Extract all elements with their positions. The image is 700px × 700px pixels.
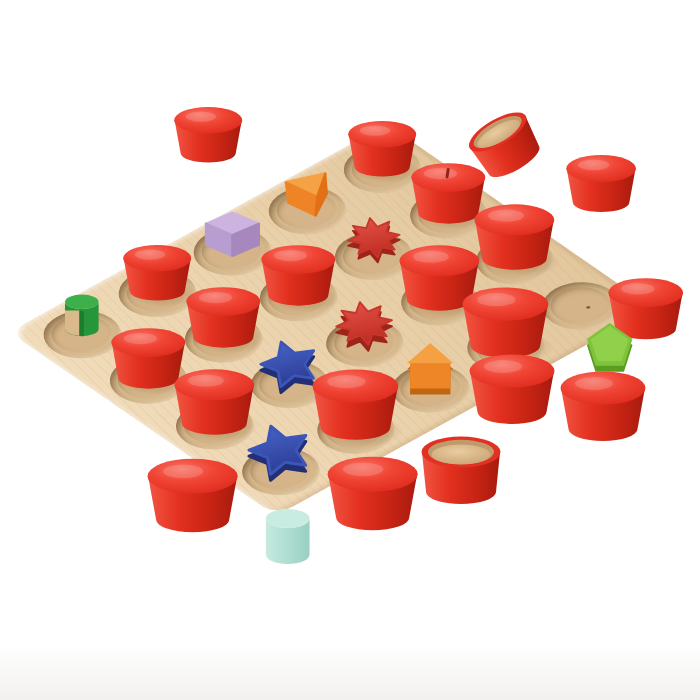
red-cup-piece[interactable] bbox=[173, 105, 243, 167]
red-cup-piece[interactable] bbox=[565, 153, 637, 217]
red-cup-piece[interactable] bbox=[260, 243, 337, 311]
red-cup-piece[interactable] bbox=[417, 430, 505, 510]
shape-house-orange[interactable] bbox=[403, 338, 458, 395]
red-cup-piece[interactable] bbox=[347, 119, 417, 181]
wood-knot-dot bbox=[585, 306, 591, 310]
shape-moon-green[interactable] bbox=[61, 293, 103, 343]
red-cup-piece[interactable] bbox=[146, 456, 239, 539]
shape-cylinder-teal[interactable] bbox=[263, 508, 312, 567]
shape-star8-red[interactable] bbox=[334, 300, 394, 353]
red-cup-piece[interactable] bbox=[559, 369, 647, 447]
red-cup-piece[interactable] bbox=[122, 243, 192, 305]
shape-cube-purple[interactable] bbox=[202, 207, 263, 258]
shape-triangle-orange[interactable] bbox=[278, 169, 337, 219]
shape-pentagon-green[interactable] bbox=[585, 321, 634, 369]
red-cup-piece[interactable] bbox=[173, 367, 256, 440]
memory-game-photo bbox=[0, 0, 700, 700]
red-cup-piece[interactable] bbox=[468, 352, 556, 430]
red-cup-piece[interactable] bbox=[311, 367, 400, 446]
shape-star5-blue[interactable] bbox=[247, 423, 314, 482]
red-cup-piece[interactable] bbox=[185, 285, 262, 353]
red-cup-piece[interactable] bbox=[326, 454, 419, 537]
shape-star8-red[interactable] bbox=[346, 216, 402, 265]
red-cup-piece[interactable] bbox=[473, 202, 556, 275]
